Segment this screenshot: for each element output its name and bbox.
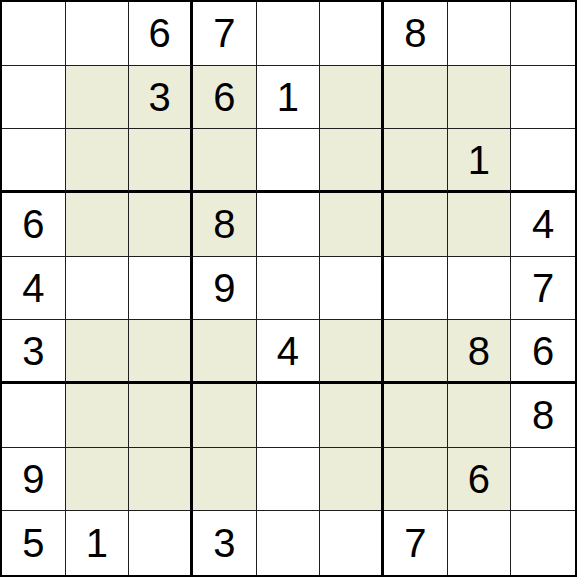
cell-r5c5[interactable] (257, 257, 321, 321)
cell-r2c1[interactable] (2, 66, 66, 130)
cell-r2c4: 6 (193, 66, 257, 130)
cell-r6c6[interactable] (320, 320, 384, 384)
cell-r4c8[interactable] (448, 193, 512, 257)
cell-r7c3[interactable] (129, 384, 193, 448)
cell-r9c7: 7 (384, 511, 448, 575)
cell-r7c7[interactable] (384, 384, 448, 448)
cell-r5c3[interactable] (129, 257, 193, 321)
cell-r3c4[interactable] (193, 129, 257, 193)
cell-r6c1: 3 (2, 320, 66, 384)
cell-r9c2: 1 (66, 511, 130, 575)
sudoku-board: 678361168449734868965137 (0, 0, 577, 577)
cell-r4c3[interactable] (129, 193, 193, 257)
cell-r2c8[interactable] (448, 66, 512, 130)
cell-r7c6[interactable] (320, 384, 384, 448)
cell-r3c7[interactable] (384, 129, 448, 193)
cell-r1c7: 8 (384, 2, 448, 66)
cell-r4c4: 8 (193, 193, 257, 257)
cell-r8c9[interactable] (511, 448, 575, 512)
cell-r6c9: 6 (511, 320, 575, 384)
cell-r2c7[interactable] (384, 66, 448, 130)
cell-r4c9: 4 (511, 193, 575, 257)
cell-r1c2[interactable] (66, 2, 130, 66)
cell-r6c4[interactable] (193, 320, 257, 384)
cell-r2c2[interactable] (66, 66, 130, 130)
cell-r9c5[interactable] (257, 511, 321, 575)
cell-r1c6[interactable] (320, 2, 384, 66)
cell-r8c1: 9 (2, 448, 66, 512)
cell-r9c3[interactable] (129, 511, 193, 575)
cell-r7c5[interactable] (257, 384, 321, 448)
cell-r1c8[interactable] (448, 2, 512, 66)
cell-r2c5: 1 (257, 66, 321, 130)
cell-r1c4: 7 (193, 2, 257, 66)
cell-r5c9: 7 (511, 257, 575, 321)
cell-r8c3[interactable] (129, 448, 193, 512)
cell-r2c3: 3 (129, 66, 193, 130)
cell-r5c6[interactable] (320, 257, 384, 321)
cell-r6c2[interactable] (66, 320, 130, 384)
cell-r5c1: 4 (2, 257, 66, 321)
cell-r4c1: 6 (2, 193, 66, 257)
cell-r9c9[interactable] (511, 511, 575, 575)
cell-r1c1[interactable] (2, 2, 66, 66)
cell-r7c2[interactable] (66, 384, 130, 448)
cell-r4c6[interactable] (320, 193, 384, 257)
cell-r9c6[interactable] (320, 511, 384, 575)
cell-r7c4[interactable] (193, 384, 257, 448)
cell-r4c5[interactable] (257, 193, 321, 257)
cell-r4c2[interactable] (66, 193, 130, 257)
cell-r7c9: 8 (511, 384, 575, 448)
cell-r5c4: 9 (193, 257, 257, 321)
cell-r8c7[interactable] (384, 448, 448, 512)
cell-r2c9[interactable] (511, 66, 575, 130)
cell-r8c4[interactable] (193, 448, 257, 512)
cell-r4c7[interactable] (384, 193, 448, 257)
cell-r9c4: 3 (193, 511, 257, 575)
cell-r8c5[interactable] (257, 448, 321, 512)
cell-r3c2[interactable] (66, 129, 130, 193)
cell-r3c3[interactable] (129, 129, 193, 193)
cell-r1c9[interactable] (511, 2, 575, 66)
cell-r7c8[interactable] (448, 384, 512, 448)
cell-r5c2[interactable] (66, 257, 130, 321)
cell-r5c7[interactable] (384, 257, 448, 321)
cell-r8c6[interactable] (320, 448, 384, 512)
cell-r3c5[interactable] (257, 129, 321, 193)
cell-r6c3[interactable] (129, 320, 193, 384)
cell-r1c5[interactable] (257, 2, 321, 66)
cell-r3c8: 1 (448, 129, 512, 193)
cell-r6c7[interactable] (384, 320, 448, 384)
cell-r9c1: 5 (2, 511, 66, 575)
cell-r6c5: 4 (257, 320, 321, 384)
cell-r8c2[interactable] (66, 448, 130, 512)
cell-r6c8: 8 (448, 320, 512, 384)
cell-r2c6[interactable] (320, 66, 384, 130)
cell-r3c1[interactable] (2, 129, 66, 193)
cell-r3c9[interactable] (511, 129, 575, 193)
cell-r1c3: 6 (129, 2, 193, 66)
cell-r8c8: 6 (448, 448, 512, 512)
cell-r3c6[interactable] (320, 129, 384, 193)
cell-r9c8[interactable] (448, 511, 512, 575)
cell-r5c8[interactable] (448, 257, 512, 321)
cell-r7c1[interactable] (2, 384, 66, 448)
